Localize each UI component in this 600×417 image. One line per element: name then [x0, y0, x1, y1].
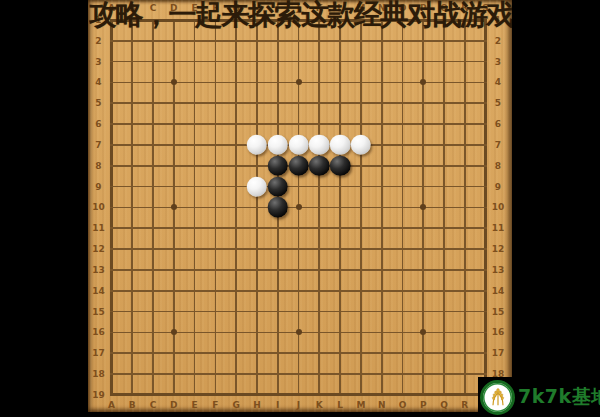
coord-label-right: 2	[495, 36, 501, 46]
watermark: 7k7k基地	[478, 377, 600, 417]
black-stone	[267, 156, 288, 177]
coord-label-left: 3	[95, 57, 101, 67]
coord-label-left: 14	[92, 286, 105, 296]
star-point	[296, 204, 302, 210]
star-point	[296, 79, 302, 85]
coord-label-left: 16	[92, 327, 105, 337]
coord-label-right: 14	[492, 286, 505, 296]
coord-label-left: 15	[92, 307, 105, 317]
coord-label-left: 6	[95, 119, 101, 129]
white-stone	[288, 135, 309, 156]
coord-label-bottom: E	[191, 400, 197, 410]
grid-line	[110, 373, 487, 375]
black-stone	[288, 156, 309, 177]
coord-label-left: 9	[95, 182, 101, 192]
coord-label-left: 12	[92, 244, 105, 254]
grid-line	[110, 311, 487, 313]
star-point	[420, 79, 426, 85]
coord-label-bottom: M	[356, 400, 365, 410]
grid-line	[110, 352, 487, 354]
grid-line	[110, 227, 487, 229]
coord-label-left: 19	[92, 390, 105, 400]
grid-line	[110, 61, 487, 63]
black-stone	[267, 176, 288, 197]
coord-label-right: 5	[495, 98, 501, 108]
coord-label-right: 4	[495, 77, 501, 87]
wheat-icon-svg	[488, 387, 508, 407]
coord-label-bottom: H	[253, 400, 261, 410]
grid-line	[110, 269, 487, 271]
coord-label-bottom: N	[378, 400, 386, 410]
grid-line	[110, 290, 487, 292]
grid-line	[110, 123, 487, 125]
coord-label-bottom: Q	[440, 400, 448, 410]
coord-label-bottom: D	[170, 400, 177, 410]
coord-label-right: 12	[492, 244, 505, 254]
coord-label-left: 4	[95, 77, 101, 87]
coord-label-bottom: A	[108, 400, 115, 410]
star-point	[296, 329, 302, 335]
black-stone	[309, 156, 330, 177]
coord-label-bottom: J	[297, 400, 300, 410]
page-title: 攻略，一起来探索这款经典对战游戏	[89, 0, 512, 35]
coord-label-right: 17	[492, 348, 505, 358]
coord-label-left: 5	[95, 98, 101, 108]
wheat-icon	[480, 380, 515, 415]
grid-line	[110, 393, 487, 396]
coord-label-bottom: I	[276, 400, 279, 410]
coord-label-bottom: P	[420, 400, 427, 410]
white-stone	[351, 135, 372, 156]
grid-line	[110, 186, 487, 188]
coord-label-bottom: G	[232, 400, 239, 410]
coord-label-right: 10	[492, 202, 505, 212]
white-stone	[247, 176, 268, 197]
grid-line	[110, 248, 487, 250]
goban: AABBCCDDEEFFGGHHIIJJKKLLMMNNOOPPQQRRSS11…	[88, 0, 512, 412]
coord-label-bottom: L	[337, 400, 343, 410]
coord-label-right: 3	[495, 57, 501, 67]
watermark-text: 7k7k基地	[518, 384, 600, 410]
grid-line	[110, 102, 487, 104]
white-stone	[309, 135, 330, 156]
coord-label-left: 8	[95, 161, 101, 171]
coord-label-left: 11	[92, 223, 105, 233]
coord-label-right: 8	[495, 161, 501, 171]
coord-label-left: 17	[92, 348, 105, 358]
coord-label-bottom: R	[461, 400, 468, 410]
coord-label-right: 13	[492, 265, 505, 275]
coord-label-bottom: F	[212, 400, 218, 410]
coord-label-bottom: B	[129, 400, 136, 410]
white-stone	[247, 135, 268, 156]
coord-label-right: 11	[492, 223, 505, 233]
black-stone	[330, 156, 351, 177]
white-stone	[330, 135, 351, 156]
coord-label-left: 10	[92, 202, 105, 212]
star-point	[420, 204, 426, 210]
coord-label-bottom: K	[316, 400, 323, 410]
coord-label-right: 9	[495, 182, 501, 192]
grid-line	[110, 40, 487, 42]
star-point	[171, 79, 177, 85]
coord-label-right: 16	[492, 327, 505, 337]
screenshot-root: AABBCCDDEEFFGGHHIIJJKKLLMMNNOOPPQQRRSS11…	[0, 0, 600, 417]
coord-label-right: 6	[495, 119, 501, 129]
coord-label-left: 13	[92, 265, 105, 275]
coord-label-left: 2	[95, 36, 101, 46]
star-point	[171, 329, 177, 335]
coord-label-bottom: O	[399, 400, 407, 410]
white-stone	[267, 135, 288, 156]
coord-label-bottom: C	[150, 400, 157, 410]
star-point	[420, 329, 426, 335]
coord-label-right: 7	[495, 140, 501, 150]
coord-label-right: 15	[492, 307, 505, 317]
coord-label-left: 18	[92, 369, 105, 379]
black-stone	[267, 197, 288, 218]
coord-label-left: 7	[95, 140, 101, 150]
star-point	[171, 204, 177, 210]
